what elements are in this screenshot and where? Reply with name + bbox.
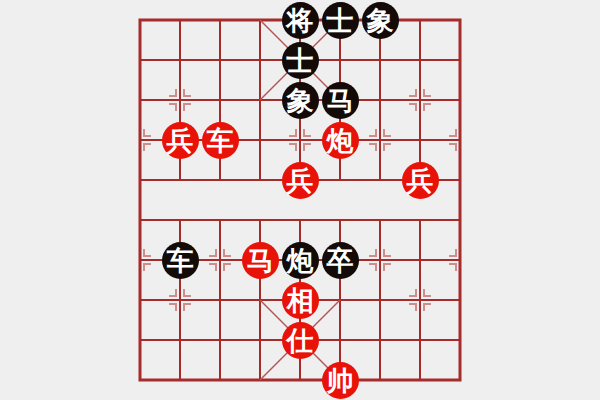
xiangqi-app: 将士象士象马车炮卒兵车炮兵兵马相仕帅: [0, 0, 600, 400]
piece-red-elephant[interactable]: 相: [282, 282, 319, 319]
piece-red-horse[interactable]: 马: [242, 242, 279, 279]
piece-red-soldier[interactable]: 兵: [282, 162, 319, 199]
piece-black-advisor[interactable]: 士: [322, 2, 359, 39]
piece-black-elephant[interactable]: 象: [282, 82, 319, 119]
piece-red-chariot[interactable]: 车: [202, 122, 239, 159]
piece-red-soldier[interactable]: 兵: [162, 122, 199, 159]
pieces-layer: 将士象士象马车炮卒兵车炮兵兵马相仕帅: [120, 0, 480, 400]
piece-red-cannon[interactable]: 炮: [322, 122, 359, 159]
piece-red-general[interactable]: 帅: [322, 362, 359, 399]
piece-black-chariot[interactable]: 车: [162, 242, 199, 279]
piece-black-advisor[interactable]: 士: [282, 42, 319, 79]
piece-black-elephant[interactable]: 象: [362, 2, 399, 39]
piece-red-advisor[interactable]: 仕: [282, 322, 319, 359]
xiangqi-board: 将士象士象马车炮卒兵车炮兵兵马相仕帅: [120, 0, 480, 400]
piece-black-soldier[interactable]: 卒: [322, 242, 359, 279]
piece-black-general[interactable]: 将: [282, 2, 319, 39]
piece-black-horse[interactable]: 马: [322, 82, 359, 119]
piece-red-soldier[interactable]: 兵: [402, 162, 439, 199]
piece-black-cannon[interactable]: 炮: [282, 242, 319, 279]
